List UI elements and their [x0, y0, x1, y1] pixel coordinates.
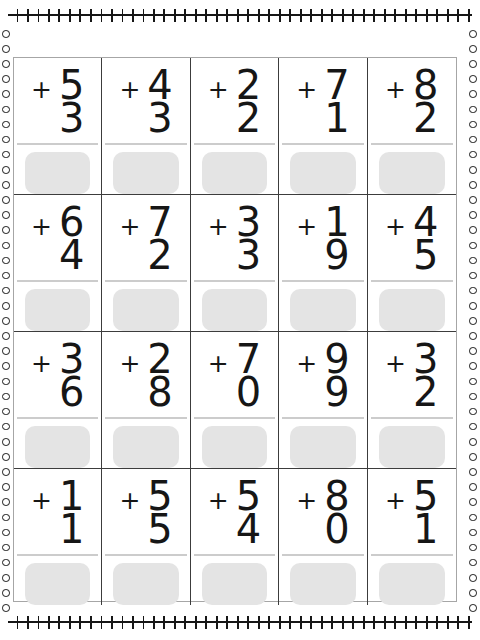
problem-cell: + 8 2	[368, 58, 456, 195]
plus-operator-icon: +	[208, 77, 229, 102]
ring-hole-icon	[469, 60, 477, 68]
ring-hole-icon	[469, 302, 477, 310]
problem-grid: + 5 3 + 4 3 + 2 2	[13, 57, 457, 602]
problem-stack: + 2 8	[119, 343, 172, 409]
plus-operator-icon: +	[119, 214, 140, 239]
addend-bottom: 5	[413, 239, 438, 272]
ring-hole-icon	[2, 468, 10, 476]
answer-box[interactable]	[202, 152, 267, 194]
ring-hole-icon	[2, 317, 10, 325]
problem-cell: + 5 5	[102, 469, 190, 605]
equals-line	[371, 280, 453, 282]
addition-problem: + 1 9	[279, 195, 366, 280]
ring-hole-icon	[469, 317, 477, 325]
ring-hole-icon	[2, 514, 10, 522]
problem-cell: + 2 8	[102, 332, 190, 469]
ring-hole-icon	[2, 589, 10, 597]
ring-hole-icon	[2, 423, 10, 431]
equals-line	[105, 554, 186, 556]
equals-line	[17, 280, 98, 282]
answer-box[interactable]	[202, 426, 267, 468]
ring-hole-icon	[469, 604, 477, 612]
ring-hole-icon	[469, 242, 477, 250]
ring-hole-icon	[2, 60, 10, 68]
plus-operator-icon: +	[296, 488, 317, 513]
ring-hole-icon	[469, 438, 477, 446]
plus-operator-icon: +	[296, 351, 317, 376]
problem-cell: + 3 2	[368, 332, 456, 469]
ring-hole-icon	[2, 604, 10, 612]
plus-operator-icon: +	[31, 214, 52, 239]
plus-operator-icon: +	[385, 214, 406, 239]
problem-cell: + 3 6	[14, 332, 102, 469]
ring-hole-icon	[2, 272, 10, 280]
plus-operator-icon: +	[31, 77, 52, 102]
problem-cell: + 1 9	[279, 195, 367, 332]
ring-hole-icon	[2, 90, 10, 98]
ring-hole-icon	[2, 498, 10, 506]
plus-operator-icon: +	[296, 214, 317, 239]
equals-line	[105, 417, 186, 419]
ring-hole-icon	[469, 257, 477, 265]
problem-cell: + 7 2	[102, 195, 190, 332]
problem-stack: + 7 0	[208, 343, 261, 409]
answer-box[interactable]	[379, 563, 445, 605]
addition-problem: + 9 9	[279, 332, 366, 417]
problem-stack: + 1 1	[31, 480, 84, 546]
ring-hole-icon	[2, 393, 10, 401]
addend-bottom: 4	[59, 239, 84, 272]
problem-cell: + 2 2	[191, 58, 279, 195]
problem-stack: + 5 5	[119, 480, 172, 546]
problem-cell: + 4 3	[102, 58, 190, 195]
ring-hole-icon	[469, 136, 477, 144]
answer-box[interactable]	[113, 563, 178, 605]
ring-hole-icon	[469, 362, 477, 370]
ring-hole-icon	[469, 226, 477, 234]
plus-operator-icon: +	[385, 351, 406, 376]
ring-hole-icon	[469, 453, 477, 461]
addend-bottom: 8	[147, 376, 172, 409]
problem-stack: + 2 2	[208, 69, 261, 135]
ring-hole-icon	[469, 514, 477, 522]
ring-hole-icon	[469, 181, 477, 189]
addition-problem: + 8 2	[368, 58, 456, 143]
equals-line	[282, 554, 363, 556]
equals-line	[282, 143, 363, 145]
plus-operator-icon: +	[31, 488, 52, 513]
answer-box[interactable]	[25, 152, 90, 194]
ring-hole-icon	[469, 272, 477, 280]
equals-line	[105, 143, 186, 145]
ring-hole-icon	[2, 544, 10, 552]
addition-problem: + 1 1	[14, 469, 101, 554]
addition-problem: + 3 6	[14, 332, 101, 417]
ring-hole-icon	[469, 211, 477, 219]
addend-bottom: 2	[236, 102, 261, 135]
equals-line	[194, 280, 275, 282]
addition-problem: + 7 1	[279, 58, 366, 143]
right-ring-border	[469, 30, 477, 612]
equals-line	[105, 280, 186, 282]
problem-stack: + 8 0	[296, 480, 349, 546]
problem-stack: + 7 1	[296, 69, 349, 135]
equals-line	[282, 280, 363, 282]
ring-hole-icon	[469, 468, 477, 476]
answer-box[interactable]	[25, 426, 90, 468]
addend-bottom: 9	[324, 239, 349, 272]
problem-cell: + 1 1	[14, 469, 102, 605]
problem-cell: + 7 0	[191, 332, 279, 469]
answer-box[interactable]	[290, 289, 355, 331]
ring-hole-icon	[469, 483, 477, 491]
addend-bottom: 2	[413, 102, 438, 135]
addition-problem: + 5 4	[191, 469, 278, 554]
addend-bottom: 0	[236, 376, 261, 409]
problem-stack: + 4 3	[119, 69, 172, 135]
addend-bottom: 1	[59, 513, 84, 546]
plus-operator-icon: +	[385, 488, 406, 513]
answer-box[interactable]	[113, 152, 178, 194]
ring-hole-icon	[2, 438, 10, 446]
plus-operator-icon: +	[119, 351, 140, 376]
answer-box[interactable]	[25, 563, 90, 605]
answer-box[interactable]	[290, 563, 355, 605]
problem-stack: + 5 1	[385, 480, 438, 546]
answer-box[interactable]	[202, 563, 267, 605]
problem-cell: + 9 9	[279, 332, 367, 469]
addend-bottom: 2	[413, 376, 438, 409]
ring-hole-icon	[2, 287, 10, 295]
problem-stack: + 5 4	[208, 480, 261, 546]
ring-hole-icon	[2, 257, 10, 265]
answer-box[interactable]	[290, 152, 355, 194]
addend-bottom: 3	[236, 239, 261, 272]
equals-line	[17, 417, 98, 419]
answer-box[interactable]	[379, 426, 445, 468]
ring-hole-icon	[2, 30, 10, 38]
addition-problem: + 3 2	[368, 332, 456, 417]
addition-problem: + 5 1	[368, 469, 456, 554]
equals-line	[371, 554, 453, 556]
addend-bottom: 4	[236, 513, 261, 546]
answer-box[interactable]	[113, 289, 178, 331]
addend-bottom: 5	[147, 513, 172, 546]
problem-stack: + 9 9	[296, 343, 349, 409]
addition-problem: + 7 0	[191, 332, 278, 417]
ring-hole-icon	[469, 45, 477, 53]
ring-hole-icon	[469, 347, 477, 355]
ring-hole-icon	[469, 408, 477, 416]
bottom-plus-border	[8, 616, 472, 629]
problem-stack: + 7 2	[119, 206, 172, 272]
addend-bottom: 9	[324, 376, 349, 409]
ring-hole-icon	[469, 121, 477, 129]
ring-hole-icon	[2, 226, 10, 234]
ring-hole-icon	[2, 574, 10, 582]
ring-hole-icon	[2, 196, 10, 204]
answer-box[interactable]	[113, 426, 178, 468]
problem-stack: + 3 6	[31, 343, 84, 409]
plus-operator-icon: +	[208, 488, 229, 513]
equals-line	[371, 417, 453, 419]
addition-problem: + 4 3	[102, 58, 189, 143]
ring-hole-icon	[2, 121, 10, 129]
problem-cell: + 6 4	[14, 195, 102, 332]
addend-bottom: 3	[59, 102, 84, 135]
addition-problem: + 4 5	[368, 195, 456, 280]
addition-problem: + 3 3	[191, 195, 278, 280]
ring-hole-icon	[469, 332, 477, 340]
plus-operator-icon: +	[119, 488, 140, 513]
plus-operator-icon: +	[385, 77, 406, 102]
equals-line	[371, 143, 453, 145]
problem-stack: + 3 2	[385, 343, 438, 409]
ring-hole-icon	[469, 544, 477, 552]
addition-problem: + 5 5	[102, 469, 189, 554]
ring-hole-icon	[469, 287, 477, 295]
equals-line	[17, 143, 98, 145]
equals-line	[17, 554, 98, 556]
ring-hole-icon	[469, 90, 477, 98]
ring-hole-icon	[2, 181, 10, 189]
problem-cell: + 4 5	[368, 195, 456, 332]
ring-hole-icon	[2, 136, 10, 144]
answer-box[interactable]	[379, 289, 445, 331]
addend-bottom: 3	[147, 102, 172, 135]
ring-hole-icon	[469, 589, 477, 597]
equals-line	[194, 554, 275, 556]
ring-hole-icon	[469, 196, 477, 204]
ring-hole-icon	[2, 347, 10, 355]
answer-box[interactable]	[290, 426, 355, 468]
problem-cell: + 5 1	[368, 469, 456, 605]
equals-line	[282, 417, 363, 419]
problem-stack: + 1 9	[296, 206, 349, 272]
addition-problem: + 5 3	[14, 58, 101, 143]
top-plus-border	[8, 9, 472, 22]
ring-hole-icon	[469, 166, 477, 174]
addition-problem: + 2 2	[191, 58, 278, 143]
ring-hole-icon	[2, 151, 10, 159]
ring-hole-icon	[2, 559, 10, 567]
plus-operator-icon: +	[296, 77, 317, 102]
addend-bottom: 6	[59, 376, 84, 409]
plus-operator-icon: +	[119, 77, 140, 102]
ring-hole-icon	[2, 453, 10, 461]
problem-cell: + 3 3	[191, 195, 279, 332]
answer-box[interactable]	[202, 289, 267, 331]
addend-bottom: 2	[147, 239, 172, 272]
problem-cell: + 8 0	[279, 469, 367, 605]
addend-bottom: 1	[324, 102, 349, 135]
plus-operator-icon: +	[208, 351, 229, 376]
ring-hole-icon	[2, 75, 10, 83]
ring-hole-icon	[2, 483, 10, 491]
problem-cell: + 7 1	[279, 58, 367, 195]
addend-bottom: 0	[324, 513, 349, 546]
ring-hole-icon	[469, 75, 477, 83]
ring-hole-icon	[2, 332, 10, 340]
ring-hole-icon	[469, 151, 477, 159]
equals-line	[194, 143, 275, 145]
ring-hole-icon	[469, 393, 477, 401]
addition-problem: + 6 4	[14, 195, 101, 280]
problem-cell: + 5 4	[191, 469, 279, 605]
ring-hole-icon	[469, 559, 477, 567]
ring-hole-icon	[469, 378, 477, 386]
ring-hole-icon	[2, 362, 10, 370]
problem-stack: + 6 4	[31, 206, 84, 272]
ring-hole-icon	[2, 302, 10, 310]
plus-operator-icon: +	[208, 214, 229, 239]
ring-hole-icon	[2, 529, 10, 537]
ring-hole-icon	[469, 106, 477, 114]
ring-hole-icon	[2, 378, 10, 386]
answer-box[interactable]	[25, 289, 90, 331]
ring-hole-icon	[469, 30, 477, 38]
problem-stack: + 5 3	[31, 69, 84, 135]
worksheet: + 5 3 + 4 3 + 2 2	[0, 0, 480, 640]
ring-hole-icon	[469, 529, 477, 537]
problem-cell: + 5 3	[14, 58, 102, 195]
problem-stack: + 8 2	[385, 69, 438, 135]
ring-hole-icon	[2, 211, 10, 219]
ring-hole-icon	[2, 242, 10, 250]
addend-bottom: 1	[413, 513, 438, 546]
problem-stack: + 3 3	[208, 206, 261, 272]
ring-hole-icon	[2, 166, 10, 174]
answer-box[interactable]	[379, 152, 445, 194]
ring-hole-icon	[2, 106, 10, 114]
left-ring-border	[2, 30, 10, 612]
ring-hole-icon	[2, 45, 10, 53]
ring-hole-icon	[469, 423, 477, 431]
addition-problem: + 7 2	[102, 195, 189, 280]
plus-operator-icon: +	[31, 351, 52, 376]
addition-problem: + 8 0	[279, 469, 366, 554]
addition-problem: + 2 8	[102, 332, 189, 417]
ring-hole-icon	[469, 574, 477, 582]
ring-hole-icon	[469, 498, 477, 506]
problem-stack: + 4 5	[385, 206, 438, 272]
ring-hole-icon	[2, 408, 10, 416]
equals-line	[194, 417, 275, 419]
